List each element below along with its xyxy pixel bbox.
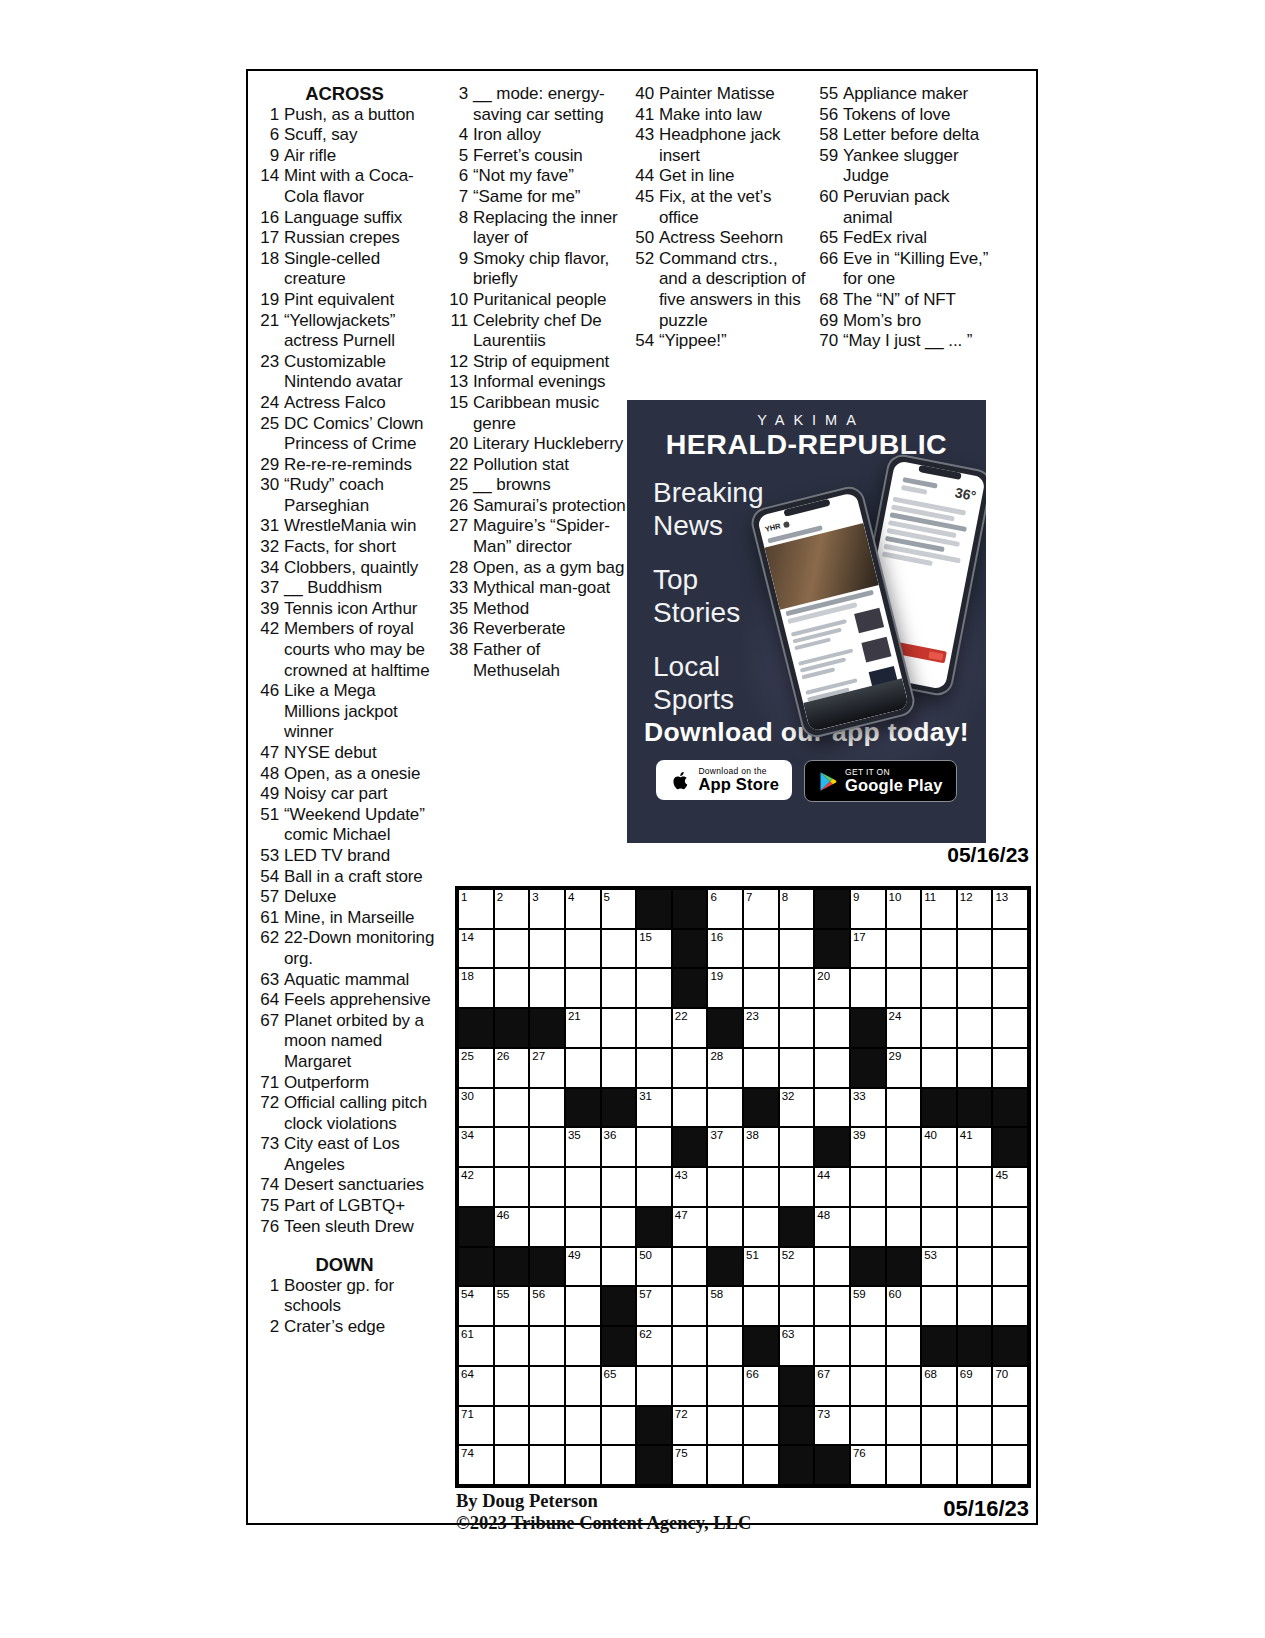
clue-number: 67 [254, 1011, 279, 1032]
grid-cell[interactable] [992, 1008, 1028, 1048]
grid-cell[interactable]: 15 [636, 929, 672, 969]
grid-cell[interactable] [992, 1406, 1028, 1446]
clue-number: 28 [443, 558, 468, 579]
clue-number: 11 [443, 311, 468, 332]
google-play-badge-line2: Google Play [845, 777, 943, 794]
grid-cell[interactable] [743, 1445, 779, 1485]
clue-across-49: 49Noisy car part [254, 784, 435, 805]
grid-cell[interactable] [529, 968, 565, 1008]
byline-block: By Doug Peterson ©2023 Tribune Content A… [456, 1491, 751, 1534]
grid-cell[interactable] [565, 1048, 601, 1088]
cell-number: 33 [853, 1090, 866, 1102]
app-store-badge[interactable]: Download on the App Store [656, 760, 792, 800]
grid-cell[interactable] [529, 1445, 565, 1485]
grid-cell[interactable] [886, 1406, 922, 1446]
weather-temp-label: 36° [954, 484, 978, 504]
clue-across-67: 67Planet orbited by a moon named Margare… [254, 1011, 435, 1073]
grid-cell-black [743, 1088, 779, 1128]
clue-down-35: 35Method [443, 599, 626, 620]
clue-number: 54 [629, 331, 654, 352]
grid-cell[interactable]: 63 [779, 1326, 815, 1366]
grid-cell[interactable] [707, 1406, 743, 1446]
clue-number: 31 [254, 516, 279, 537]
clue-text: Headphone jack insert [659, 125, 780, 165]
grid-cell[interactable]: 16 [707, 929, 743, 969]
grid-cell[interactable]: 72 [672, 1406, 708, 1446]
grid-cell[interactable] [921, 1167, 957, 1207]
clue-text: Letter before delta [843, 125, 979, 144]
clue-text: “Weekend Update” comic Michael [284, 805, 425, 845]
grid-cell[interactable] [529, 929, 565, 969]
grid-cell[interactable]: 1 [458, 889, 494, 929]
grid-cell[interactable] [565, 1207, 601, 1247]
grid-cell[interactable] [601, 968, 637, 1008]
grid-cell[interactable] [850, 1366, 886, 1406]
grid-cell[interactable] [886, 1326, 922, 1366]
grid-cell[interactable] [921, 1048, 957, 1088]
grid-cell[interactable] [672, 1048, 708, 1088]
grid-cell[interactable] [529, 1088, 565, 1128]
grid-cell[interactable]: 30 [458, 1088, 494, 1128]
grid-cell[interactable] [601, 1445, 637, 1485]
grid-cell[interactable]: 71 [458, 1406, 494, 1446]
grid-cell[interactable]: 33 [850, 1088, 886, 1128]
cell-number: 13 [995, 891, 1008, 903]
grid-cell[interactable] [601, 1048, 637, 1088]
clue-text: Informal evenings [473, 372, 605, 391]
grid-cell[interactable] [957, 1207, 993, 1247]
grid-cell[interactable] [494, 1088, 530, 1128]
grid-cell[interactable] [886, 1167, 922, 1207]
grid-cell[interactable] [957, 1406, 993, 1446]
grid-cell[interactable]: 42 [458, 1167, 494, 1207]
clue-text: Mom’s bro [843, 311, 921, 330]
grid-cell[interactable] [886, 1088, 922, 1128]
grid-cell[interactable]: 29 [886, 1048, 922, 1088]
grid-cell[interactable] [743, 929, 779, 969]
grid-cell[interactable]: 59 [850, 1286, 886, 1326]
grid-cell[interactable] [992, 929, 1028, 969]
grid-cell[interactable]: 64 [458, 1366, 494, 1406]
grid-cell[interactable] [565, 1366, 601, 1406]
cell-number: 22 [675, 1010, 688, 1022]
clue-text: Official calling pitch clock violations [284, 1093, 427, 1133]
grid-cell[interactable]: 21 [565, 1008, 601, 1048]
clue-down-28: 28Open, as a gym bag [443, 558, 626, 579]
grid-cell[interactable] [672, 1088, 708, 1128]
clue-column-4: 55Appliance maker56Tokens of love58Lette… [813, 84, 996, 352]
grid-cell[interactable]: 13 [992, 889, 1028, 929]
google-play-icon [818, 770, 838, 793]
grid-cell[interactable] [779, 1286, 815, 1326]
grid-cell[interactable] [529, 1326, 565, 1366]
grid-cell[interactable] [743, 1406, 779, 1446]
grid-cell[interactable] [636, 1366, 672, 1406]
grid-cell[interactable]: 37 [707, 1127, 743, 1167]
clue-number: 51 [254, 805, 279, 826]
grid-cell[interactable] [886, 1127, 922, 1167]
grid-cell[interactable] [636, 1048, 672, 1088]
cell-number: 48 [817, 1209, 830, 1221]
grid-cell[interactable] [957, 1167, 993, 1207]
grid-cell[interactable] [743, 1048, 779, 1088]
clue-text: Mythical man-goat [473, 578, 610, 597]
grid-cell[interactable] [886, 968, 922, 1008]
grid-cell[interactable]: 55 [494, 1286, 530, 1326]
grid-cell[interactable] [850, 1167, 886, 1207]
clue-down-56: 56Tokens of love [813, 105, 996, 126]
grid-cell[interactable]: 35 [565, 1127, 601, 1167]
grid-cell[interactable] [601, 1247, 637, 1287]
clue-across-34: 34Clobbers, quaintly [254, 558, 435, 579]
clue-down-60: 60Peruvian pack animal [813, 187, 996, 228]
cell-number: 23 [746, 1010, 759, 1022]
grid-cell[interactable] [850, 968, 886, 1008]
grid-cell[interactable]: 44 [814, 1167, 850, 1207]
grid-cell[interactable] [529, 1127, 565, 1167]
grid-cell-black [992, 1127, 1028, 1167]
grid-cell[interactable] [921, 929, 957, 969]
grid-cell[interactable] [957, 1445, 993, 1485]
cell-number: 43 [675, 1169, 688, 1181]
clue-text: Ferret’s cousin [473, 146, 583, 165]
grid-cell-black [992, 1088, 1028, 1128]
grid-cell[interactable]: 24 [886, 1008, 922, 1048]
grid-cell[interactable] [957, 968, 993, 1008]
grid-cell[interactable]: 65 [601, 1366, 637, 1406]
clue-text: Eve in “Killing Eve,” for one [843, 249, 988, 289]
cell-number: 37 [710, 1129, 723, 1141]
clue-number: 57 [254, 887, 279, 908]
grid-cell[interactable]: 38 [743, 1127, 779, 1167]
grid-cell[interactable]: 53 [921, 1247, 957, 1287]
clue-text: WrestleMania win [284, 516, 416, 535]
grid-cell[interactable]: 39 [850, 1127, 886, 1167]
grid-cell[interactable]: 66 [743, 1366, 779, 1406]
grid-cell[interactable]: 19 [707, 968, 743, 1008]
ad-masthead-city: YAKIMA [627, 412, 986, 428]
clue-number: 50 [629, 228, 654, 249]
clue-number: 30 [254, 475, 279, 496]
grid-cell[interactable]: 70 [992, 1366, 1028, 1406]
grid-cell[interactable] [814, 1048, 850, 1088]
clue-text: Single-celled creature [284, 249, 380, 289]
grid-cell[interactable]: 9 [850, 889, 886, 929]
google-play-badge[interactable]: GET IT ON Google Play [804, 760, 957, 802]
grid-cell[interactable]: 22 [672, 1008, 708, 1048]
phone-app-logo-dot [783, 521, 790, 528]
grid-cell[interactable] [992, 1207, 1028, 1247]
grid-cell[interactable]: 20 [814, 968, 850, 1008]
clue-text: Customizable Nintendo avatar [284, 352, 403, 392]
grid-cell[interactable] [565, 1406, 601, 1446]
clue-number: 29 [254, 455, 279, 476]
grid-cell[interactable]: 60 [886, 1286, 922, 1326]
grid-cell[interactable]: 61 [458, 1326, 494, 1366]
clue-number: 54 [254, 867, 279, 888]
grid-cell[interactable] [886, 1366, 922, 1406]
clue-text: Get in line [659, 166, 734, 185]
cell-number: 62 [639, 1328, 652, 1340]
cell-number: 39 [853, 1129, 866, 1141]
grid-cell[interactable]: 28 [707, 1048, 743, 1088]
grid-cell[interactable] [601, 1207, 637, 1247]
clue-down-45: 45Fix, at the vet’s office [629, 187, 810, 228]
grid-cell[interactable] [814, 1008, 850, 1048]
clue-text: FedEx rival [843, 228, 927, 247]
grid-cell-black [565, 1088, 601, 1128]
clue-number: 65 [813, 228, 838, 249]
grid-cell[interactable]: 4 [565, 889, 601, 929]
grid-cell[interactable] [779, 1167, 815, 1207]
grid-cell[interactable]: 54 [458, 1286, 494, 1326]
cell-number: 49 [568, 1249, 581, 1261]
clue-number: 25 [254, 414, 279, 435]
grid-cell[interactable]: 68 [921, 1366, 957, 1406]
grid-cell[interactable] [921, 1286, 957, 1326]
cell-number: 44 [817, 1169, 830, 1181]
grid-cell[interactable]: 62 [636, 1326, 672, 1366]
clue-across-76: 76Teen sleuth Drew [254, 1217, 435, 1238]
clue-number: 48 [254, 764, 279, 785]
grid-cell[interactable]: 57 [636, 1286, 672, 1326]
grid-cell[interactable]: 50 [636, 1247, 672, 1287]
grid-cell-black [886, 1247, 922, 1287]
cell-number: 75 [675, 1447, 688, 1459]
grid-cell[interactable]: 18 [458, 968, 494, 1008]
clue-number: 46 [254, 681, 279, 702]
grid-cell[interactable]: 7 [743, 889, 779, 929]
clue-text: Outperform [284, 1073, 369, 1092]
grid-cell[interactable]: 6 [707, 889, 743, 929]
cell-number: 36 [604, 1129, 617, 1141]
grid-cell[interactable]: 58 [707, 1286, 743, 1326]
grid-cell[interactable] [921, 1445, 957, 1485]
grid-cell[interactable] [743, 1207, 779, 1247]
clue-number: 9 [443, 249, 468, 270]
clue-number: 71 [254, 1073, 279, 1094]
clue-down-59: 59Yankee slugger Judge [813, 146, 996, 187]
grid-cell[interactable] [957, 1247, 993, 1287]
grid-cell[interactable] [601, 1008, 637, 1048]
grid-cell[interactable]: 67 [814, 1366, 850, 1406]
grid-cell[interactable]: 40 [921, 1127, 957, 1167]
grid-cell[interactable] [957, 1048, 993, 1088]
grid-cell[interactable] [494, 1406, 530, 1446]
grid-cell[interactable] [957, 1286, 993, 1326]
cell-number: 10 [889, 891, 902, 903]
grid-cell[interactable] [565, 1167, 601, 1207]
grid-cell[interactable] [565, 968, 601, 1008]
cell-number: 68 [924, 1368, 937, 1380]
clue-down-44: 44Get in line [629, 166, 810, 187]
grid-cell[interactable] [850, 1326, 886, 1366]
grid-cell[interactable]: 27 [529, 1048, 565, 1088]
cell-number: 38 [746, 1129, 759, 1141]
grid-cell[interactable] [992, 1247, 1028, 1287]
grid-cell[interactable] [494, 929, 530, 969]
grid-cell[interactable]: 76 [850, 1445, 886, 1485]
grid-cell[interactable]: 45 [992, 1167, 1028, 1207]
grid-cell[interactable]: 56 [529, 1286, 565, 1326]
grid-cell[interactable] [992, 1445, 1028, 1485]
clue-across-9: 9Air rifle [254, 146, 435, 167]
grid-cell-black [601, 1326, 637, 1366]
grid-cell[interactable]: 11 [921, 889, 957, 929]
grid-cell[interactable]: 41 [957, 1127, 993, 1167]
grid-cell[interactable] [707, 1207, 743, 1247]
grid-cell[interactable] [779, 1127, 815, 1167]
grid-cell[interactable] [565, 1286, 601, 1326]
grid-cell[interactable] [529, 1406, 565, 1446]
grid-cell[interactable]: 8 [779, 889, 815, 929]
clue-text: Make into law [659, 105, 762, 124]
grid-cell[interactable] [779, 1008, 815, 1048]
grid-cell[interactable]: 52 [779, 1247, 815, 1287]
grid-cell[interactable] [779, 968, 815, 1008]
grid-cell[interactable]: 69 [957, 1366, 993, 1406]
grid-cell[interactable]: 43 [672, 1167, 708, 1207]
grid-cell[interactable]: 14 [458, 929, 494, 969]
grid-cell[interactable] [707, 1088, 743, 1128]
clue-down-36: 36Reverberate [443, 619, 626, 640]
ad-feature-local-sports: Local Sports [653, 650, 775, 716]
grid-cell[interactable] [601, 929, 637, 969]
grid-cell[interactable]: 73 [814, 1406, 850, 1446]
grid-cell[interactable] [494, 1167, 530, 1207]
clue-number: 47 [254, 743, 279, 764]
clue-text: Desert sanctuaries [284, 1175, 424, 1194]
grid-cell[interactable] [743, 968, 779, 1008]
grid-cell[interactable]: 3 [529, 889, 565, 929]
grid-cell[interactable] [672, 1286, 708, 1326]
grid-cell[interactable] [779, 929, 815, 969]
grid-cell[interactable]: 10 [886, 889, 922, 929]
clue-number: 33 [443, 578, 468, 599]
clue-number: 49 [254, 784, 279, 805]
grid-cell[interactable] [494, 1366, 530, 1406]
clue-text: Booster gp. for schools [284, 1276, 394, 1316]
cell-number: 32 [782, 1090, 795, 1102]
cell-number: 1 [461, 891, 467, 903]
grid-cell[interactable]: 74 [458, 1445, 494, 1485]
grid-cell[interactable] [494, 1127, 530, 1167]
grid-cell[interactable] [707, 1326, 743, 1366]
clue-number: 37 [254, 578, 279, 599]
clue-text: “Not my fave” [473, 166, 574, 185]
grid-cell[interactable] [743, 1286, 779, 1326]
clue-down-65: 65FedEx rival [813, 228, 996, 249]
grid-cell[interactable]: 12 [957, 889, 993, 929]
clue-text: “Yippee!” [659, 331, 726, 350]
grid-cell[interactable]: 17 [850, 929, 886, 969]
grid-cell[interactable] [565, 1445, 601, 1485]
grid-cell[interactable]: 36 [601, 1127, 637, 1167]
clue-number: 1 [254, 1276, 279, 1297]
grid-cell[interactable] [672, 1247, 708, 1287]
grid-cell[interactable] [529, 1207, 565, 1247]
grid-cell[interactable] [921, 1008, 957, 1048]
grid-cell[interactable] [672, 1366, 708, 1406]
grid-cell[interactable] [957, 929, 993, 969]
grid-cell[interactable] [494, 968, 530, 1008]
grid-cell[interactable] [886, 1207, 922, 1247]
grid-cell[interactable] [707, 1167, 743, 1207]
grid-cell[interactable] [707, 1445, 743, 1485]
grid-cell[interactable] [921, 968, 957, 1008]
grid-cell[interactable] [494, 1445, 530, 1485]
grid-cell[interactable]: 34 [458, 1127, 494, 1167]
grid-cell[interactable] [957, 1008, 993, 1048]
grid-cell[interactable]: 51 [743, 1247, 779, 1287]
grid-cell[interactable] [814, 1286, 850, 1326]
grid-cell[interactable] [565, 929, 601, 969]
grid-cell[interactable]: 2 [494, 889, 530, 929]
grid-cell[interactable] [779, 1048, 815, 1088]
grid-cell[interactable] [814, 1088, 850, 1128]
grid-cell[interactable]: 75 [672, 1445, 708, 1485]
grid-cell[interactable] [529, 1366, 565, 1406]
grid-cell-black [814, 1445, 850, 1485]
grid-cell[interactable] [636, 1008, 672, 1048]
grid-cell[interactable]: 49 [565, 1247, 601, 1287]
grid-cell[interactable] [636, 1167, 672, 1207]
clue-across-29: 29Re-re-re-reminds [254, 455, 435, 476]
grid-cell[interactable] [601, 1167, 637, 1207]
grid-cell[interactable] [814, 1326, 850, 1366]
grid-cell[interactable] [529, 1167, 565, 1207]
clue-text: __ Buddhism [284, 578, 382, 597]
grid-cell[interactable] [886, 1445, 922, 1485]
grid-cell[interactable] [850, 1207, 886, 1247]
clue-across-19: 19Pint equivalent [254, 290, 435, 311]
grid-cell[interactable] [992, 1048, 1028, 1088]
grid-cell[interactable]: 5 [601, 889, 637, 929]
grid-cell[interactable]: 26 [494, 1048, 530, 1088]
clue-number: 68 [813, 290, 838, 311]
grid-cell[interactable] [636, 968, 672, 1008]
grid-cell[interactable] [743, 1167, 779, 1207]
grid-cell[interactable] [636, 1127, 672, 1167]
grid-cell[interactable] [921, 1207, 957, 1247]
grid-cell[interactable]: 48 [814, 1207, 850, 1247]
grid-cell[interactable] [921, 1406, 957, 1446]
grid-cell-black [707, 1008, 743, 1048]
grid-cell[interactable] [494, 1326, 530, 1366]
grid-cell[interactable]: 46 [494, 1207, 530, 1247]
cell-number: 58 [710, 1288, 723, 1300]
grid-cell[interactable]: 23 [743, 1008, 779, 1048]
grid-cell[interactable]: 25 [458, 1048, 494, 1088]
grid-cell[interactable] [992, 1286, 1028, 1326]
cell-number: 45 [995, 1169, 1008, 1181]
grid-cell[interactable]: 47 [672, 1207, 708, 1247]
grid-cell[interactable] [814, 1247, 850, 1287]
grid-cell[interactable] [992, 968, 1028, 1008]
clue-number: 6 [254, 125, 279, 146]
grid-cell[interactable] [850, 1406, 886, 1446]
clue-text: The “N” of NFT [843, 290, 956, 309]
clue-across-6: 6Scuff, say [254, 125, 435, 146]
cell-number: 60 [889, 1288, 902, 1300]
grid-cell[interactable] [672, 1326, 708, 1366]
grid-cell[interactable] [601, 1406, 637, 1446]
grid-cell[interactable] [707, 1366, 743, 1406]
grid-cell[interactable] [886, 929, 922, 969]
grid-cell[interactable] [565, 1326, 601, 1366]
grid-cell[interactable]: 31 [636, 1088, 672, 1128]
grid-cell[interactable]: 32 [779, 1088, 815, 1128]
